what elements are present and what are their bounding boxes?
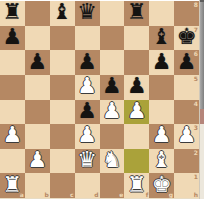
square-d7[interactable] [75, 26, 100, 51]
square-d3[interactable]: ♟ [75, 124, 100, 149]
square-a6[interactable] [0, 50, 25, 75]
square-d8[interactable]: ♛ [75, 1, 100, 26]
square-h6[interactable]: ♟6 [174, 50, 199, 75]
square-g3[interactable]: ♟ [149, 124, 174, 149]
square-b7[interactable] [25, 26, 50, 51]
white-pawn-d3[interactable]: ♟ [77, 124, 97, 146]
black-queen-d8[interactable]: ♛ [77, 1, 97, 23]
square-g5[interactable] [149, 75, 174, 100]
black-pawn-e5[interactable]: ♟ [102, 75, 122, 97]
square-f7[interactable] [124, 26, 149, 51]
square-a3[interactable]: ♟ [0, 124, 25, 149]
white-knight-e2[interactable]: ♞ [102, 149, 122, 171]
square-c1[interactable]: c [50, 173, 75, 198]
square-d2[interactable]: ♛ [75, 149, 100, 174]
square-a4[interactable] [0, 100, 25, 125]
square-h5[interactable]: 5 [174, 75, 199, 100]
square-b6[interactable]: ♟ [25, 50, 50, 75]
square-g6[interactable]: ♟ [149, 50, 174, 75]
square-f1[interactable]: ♜f [124, 173, 149, 198]
square-d1[interactable]: d [75, 173, 100, 198]
square-b2[interactable]: ♟ [25, 149, 50, 174]
square-b5[interactable] [25, 75, 50, 100]
square-c8[interactable]: ♝ [50, 1, 75, 26]
black-pawn-d6[interactable]: ♟ [77, 51, 97, 73]
square-b8[interactable] [25, 1, 50, 26]
rank-label-4: 4 [194, 101, 198, 107]
square-d5[interactable]: ♟ [75, 75, 100, 100]
square-e5[interactable]: ♟ [100, 75, 125, 100]
square-a5[interactable] [0, 75, 25, 100]
square-a7[interactable]: ♟ [0, 26, 25, 51]
square-c4[interactable] [50, 100, 75, 125]
square-d4[interactable]: ♟ [75, 100, 100, 125]
square-a1[interactable]: ♜a [0, 173, 25, 198]
square-f2[interactable] [124, 149, 149, 174]
black-bishop-g7[interactable]: ♝ [152, 26, 172, 48]
black-pawn-a7[interactable]: ♟ [3, 26, 23, 48]
square-g2[interactable]: ♝ [149, 149, 174, 174]
square-h7[interactable]: ♚7 [174, 26, 199, 51]
square-a2[interactable] [0, 149, 25, 174]
square-h4[interactable]: 4 [174, 100, 199, 125]
white-bishop-g2[interactable]: ♝ [152, 149, 172, 171]
rank-label-5: 5 [194, 76, 198, 82]
square-c6[interactable] [50, 50, 75, 75]
square-f4[interactable]: ♟ [124, 100, 149, 125]
black-pawn-f5[interactable]: ♟ [127, 75, 147, 97]
square-f3[interactable] [124, 124, 149, 149]
square-h1[interactable]: 1h [174, 173, 199, 198]
chess-app: ♜♝♛♜8♟♝♚7♟♟♟♟6♟♟♟5♟♟♟4♟♟♟♟3♟♛♞♝2♜abcde♜f… [0, 0, 204, 199]
white-king-g1[interactable]: ♚ [152, 174, 172, 196]
white-rook-f1[interactable]: ♜ [127, 174, 147, 196]
black-pawn-g6[interactable]: ♟ [152, 51, 172, 73]
scrollbar-thumb[interactable] [200, 0, 204, 109]
bottom-border [0, 198, 199, 199]
square-b3[interactable] [25, 124, 50, 149]
white-pawn-d5[interactable]: ♟ [77, 75, 97, 97]
white-pawn-g3[interactable]: ♟ [152, 124, 172, 146]
square-e1[interactable]: e [100, 173, 125, 198]
square-f5[interactable]: ♟ [124, 75, 149, 100]
square-f8[interactable]: ♜ [124, 1, 149, 26]
square-g1[interactable]: ♚g [149, 173, 174, 198]
black-king-h7[interactable]: ♚ [177, 26, 197, 48]
rank-label-2: 2 [194, 150, 198, 156]
black-pawn-d4[interactable]: ♟ [77, 100, 97, 122]
scrollbar-mark [200, 109, 204, 124]
chess-board[interactable]: ♜♝♛♜8♟♝♚7♟♟♟♟6♟♟♟5♟♟♟4♟♟♟♟3♟♛♞♝2♜abcde♜f… [0, 1, 199, 198]
rank-label-8: 8 [194, 2, 198, 8]
black-bishop-c8[interactable]: ♝ [52, 1, 72, 23]
black-pawn-h6[interactable]: ♟ [177, 51, 197, 73]
square-g8[interactable] [149, 1, 174, 26]
square-e7[interactable] [100, 26, 125, 51]
square-c7[interactable] [50, 26, 75, 51]
black-rook-a8[interactable]: ♜ [3, 1, 23, 23]
square-e2[interactable]: ♞ [100, 149, 125, 174]
square-c5[interactable] [50, 75, 75, 100]
square-e8[interactable] [100, 1, 125, 26]
square-h8[interactable]: 8 [174, 1, 199, 26]
square-c3[interactable] [50, 124, 75, 149]
square-g4[interactable] [149, 100, 174, 125]
square-e4[interactable]: ♟ [100, 100, 125, 125]
square-d6[interactable]: ♟ [75, 50, 100, 75]
black-pawn-b6[interactable]: ♟ [27, 51, 47, 73]
white-pawn-f4[interactable]: ♟ [127, 100, 147, 122]
white-queen-d2[interactable]: ♛ [77, 149, 97, 171]
white-pawn-a3[interactable]: ♟ [3, 124, 23, 146]
square-b1[interactable]: b [25, 173, 50, 198]
square-h2[interactable]: 2 [174, 149, 199, 174]
square-f6[interactable] [124, 50, 149, 75]
square-h3[interactable]: ♟3 [174, 124, 199, 149]
white-pawn-e4[interactable]: ♟ [102, 100, 122, 122]
square-e3[interactable] [100, 124, 125, 149]
rank-label-1: 1 [194, 174, 198, 180]
square-g7[interactable]: ♝ [149, 26, 174, 51]
square-b4[interactable] [25, 100, 50, 125]
square-e6[interactable] [100, 50, 125, 75]
black-rook-f8[interactable]: ♜ [127, 1, 147, 23]
square-a8[interactable]: ♜ [0, 1, 25, 26]
white-pawn-b2[interactable]: ♟ [27, 149, 47, 171]
vertical-scrollbar[interactable] [199, 0, 204, 199]
white-pawn-h3[interactable]: ♟ [177, 124, 197, 146]
white-rook-a1[interactable]: ♜ [3, 174, 23, 196]
square-c2[interactable] [50, 149, 75, 174]
